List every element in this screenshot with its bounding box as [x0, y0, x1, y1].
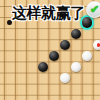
- black-stone: ●: [71, 29, 81, 39]
- check-icon: ✔: [90, 4, 99, 15]
- confirm-button[interactable]: ✔: [86, 1, 100, 18]
- black-stone: ●: [49, 51, 59, 61]
- white-stone: ○: [93, 40, 100, 50]
- black-stone: ●: [38, 62, 48, 72]
- white-stone: ○: [82, 51, 92, 61]
- black-stone: ●: [60, 40, 70, 50]
- white-stone: ○: [60, 73, 70, 83]
- gomoku-screen: { "game": "gomoku (五子棋 five-in-a-row) on…: [0, 0, 100, 100]
- caption-text: 这样就赢了: [12, 4, 85, 23]
- white-stone: ○: [71, 62, 81, 72]
- red-move-marker-dot: [97, 43, 100, 46]
